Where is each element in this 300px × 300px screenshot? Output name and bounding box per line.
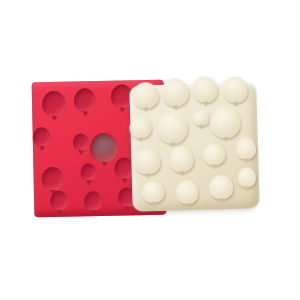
balloon-knot	[121, 178, 128, 184]
cream-cast-slab	[129, 82, 259, 211]
cast-balloon-relief	[209, 175, 234, 200]
balloon-knot	[143, 107, 150, 113]
balloon-knot	[119, 107, 126, 113]
cast-balloon-relief	[129, 116, 152, 139]
balloon-knot	[124, 206, 131, 212]
balloon-knot	[56, 210, 63, 216]
balloon-knot	[150, 202, 157, 208]
mold-balloon-cavity	[50, 191, 68, 211]
mold-balloon-cavity	[41, 167, 63, 191]
balloon-knot	[198, 124, 205, 130]
cast-balloon-relief	[169, 146, 194, 173]
mold-balloon-cavity	[90, 133, 119, 164]
cast-balloon-relief	[210, 106, 241, 139]
cast-balloon-relief	[238, 167, 257, 187]
mold-balloon-cavity	[74, 88, 96, 112]
cast-balloon-relief	[203, 143, 226, 166]
balloon-knot	[178, 171, 185, 177]
balloon-knot	[232, 101, 239, 107]
product-photo	[0, 0, 300, 300]
cast-balloon-relief	[134, 148, 161, 175]
cast-balloon-relief	[142, 181, 165, 204]
cast-balloon-relief	[193, 76, 218, 103]
balloon-knot	[184, 203, 191, 209]
balloon-knot	[85, 180, 92, 186]
mold-balloon-cavity	[33, 127, 51, 147]
cast-balloon-relief	[132, 82, 159, 109]
cast-balloon-relief	[176, 180, 199, 205]
mold-balloon-cavity	[84, 191, 102, 211]
cast-balloon-relief	[236, 137, 257, 160]
balloon-knot	[137, 137, 144, 143]
balloon-knot	[78, 150, 85, 156]
cast-balloon-relief	[223, 77, 248, 104]
balloon-knot	[202, 101, 209, 107]
balloon-knot	[82, 111, 89, 117]
balloon-knot	[218, 198, 225, 204]
cast-balloon-relief	[162, 78, 189, 107]
mold-balloon-cavity	[73, 133, 89, 151]
balloon-knot	[211, 164, 218, 170]
balloon-knot	[222, 137, 229, 143]
mold-balloon-cavity	[80, 163, 96, 181]
balloon-knot	[144, 173, 151, 179]
cast-balloon-relief	[193, 110, 209, 126]
balloon-knot	[51, 116, 58, 122]
cast-balloon-relief	[157, 111, 188, 144]
balloon-knot	[39, 146, 46, 152]
balloon-knot	[101, 162, 108, 168]
balloon-knot	[90, 210, 97, 216]
balloon-knot	[172, 105, 179, 111]
mold-balloon-cavity	[42, 91, 67, 117]
balloon-knot	[244, 186, 251, 192]
balloon-knot	[243, 158, 250, 164]
